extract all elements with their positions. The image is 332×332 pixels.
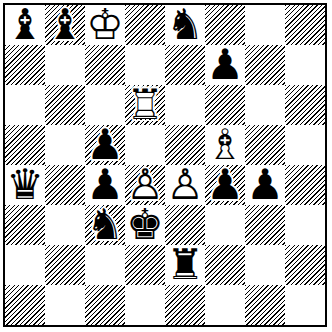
square-f7: ♟ (205, 45, 245, 85)
square-c8: ♚♔ (85, 5, 125, 45)
square-h2 (285, 245, 325, 285)
square-h1 (285, 285, 325, 325)
black-pawn-c4: ♟ (85, 165, 125, 205)
square-a4: ♛ (5, 165, 45, 205)
black-knight-e8: ♞ (165, 5, 205, 45)
white-piece-outline: ♙ (125, 165, 165, 205)
square-a2 (5, 245, 45, 285)
square-a6 (5, 85, 45, 125)
square-a1 (5, 285, 45, 325)
square-c4: ♟ (85, 165, 125, 205)
square-c5: ♟ (85, 125, 125, 165)
square-b3 (45, 205, 85, 245)
square-b4 (45, 165, 85, 205)
square-h3 (285, 205, 325, 245)
chess-board: ♝♝♚♔♞♟♜♖♟♝♗♛♟♟♙♟♙♟♟♞♚♜ (5, 5, 325, 325)
square-c2 (85, 245, 125, 285)
square-d8 (125, 5, 165, 45)
black-pawn-f7: ♟ (205, 45, 245, 85)
white-piece-outline: ♔ (85, 5, 125, 45)
square-a7 (5, 45, 45, 85)
square-b5 (45, 125, 85, 165)
square-e7 (165, 45, 205, 85)
black-queen-a4: ♛ (5, 165, 45, 205)
black-bishop-b8: ♝ (45, 5, 85, 45)
square-b1 (45, 285, 85, 325)
square-d1 (125, 285, 165, 325)
square-g8 (245, 5, 285, 45)
square-e4: ♟♙ (165, 165, 205, 205)
square-d7 (125, 45, 165, 85)
square-d5 (125, 125, 165, 165)
white-pawn-e4: ♟♙ (165, 165, 205, 205)
white-piece-outline: ♖ (125, 85, 165, 125)
square-g1 (245, 285, 285, 325)
square-d6: ♜♖ (125, 85, 165, 125)
square-f5: ♝♗ (205, 125, 245, 165)
square-f3 (205, 205, 245, 245)
square-e8: ♞ (165, 5, 205, 45)
square-a5 (5, 125, 45, 165)
black-pawn-f4: ♟ (205, 165, 245, 205)
board-frame: ♝♝♚♔♞♟♜♖♟♝♗♛♟♟♙♟♙♟♟♞♚♜ (3, 3, 327, 327)
white-pawn-d4: ♟♙ (125, 165, 165, 205)
square-h8 (285, 5, 325, 45)
white-piece-outline: ♗ (205, 125, 245, 165)
square-h6 (285, 85, 325, 125)
square-h4 (285, 165, 325, 205)
white-piece-outline: ♙ (165, 165, 205, 205)
square-a8: ♝ (5, 5, 45, 45)
square-g6 (245, 85, 285, 125)
square-e2: ♜ (165, 245, 205, 285)
black-knight-c3: ♞ (85, 205, 125, 245)
square-d2 (125, 245, 165, 285)
square-f6 (205, 85, 245, 125)
square-c1 (85, 285, 125, 325)
square-g7 (245, 45, 285, 85)
square-c3: ♞ (85, 205, 125, 245)
square-f1 (205, 285, 245, 325)
square-h7 (285, 45, 325, 85)
square-b6 (45, 85, 85, 125)
black-rook-e2: ♜ (165, 245, 205, 285)
square-b2 (45, 245, 85, 285)
square-g4: ♟ (245, 165, 285, 205)
square-e5 (165, 125, 205, 165)
square-d3: ♚ (125, 205, 165, 245)
black-bishop-a8: ♝ (5, 5, 45, 45)
square-f4: ♟ (205, 165, 245, 205)
square-c7 (85, 45, 125, 85)
black-king-d3: ♚ (125, 205, 165, 245)
white-rook-d6: ♜♖ (125, 85, 165, 125)
black-pawn-g4: ♟ (245, 165, 285, 205)
white-king-c8: ♚♔ (85, 5, 125, 45)
square-e6 (165, 85, 205, 125)
square-e1 (165, 285, 205, 325)
square-b8: ♝ (45, 5, 85, 45)
square-e3 (165, 205, 205, 245)
square-f8 (205, 5, 245, 45)
square-g2 (245, 245, 285, 285)
square-d4: ♟♙ (125, 165, 165, 205)
square-b7 (45, 45, 85, 85)
chess-diagram: ♝♝♚♔♞♟♜♖♟♝♗♛♟♟♙♟♙♟♟♞♚♜ (0, 0, 332, 332)
square-a3 (5, 205, 45, 245)
square-g3 (245, 205, 285, 245)
square-h5 (285, 125, 325, 165)
black-pawn-c5: ♟ (85, 125, 125, 165)
white-bishop-f5: ♝♗ (205, 125, 245, 165)
square-f2 (205, 245, 245, 285)
square-c6 (85, 85, 125, 125)
square-g5 (245, 125, 285, 165)
